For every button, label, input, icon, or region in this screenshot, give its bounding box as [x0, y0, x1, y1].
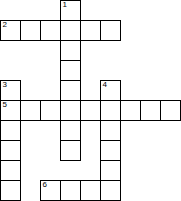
- crossword-cell-r4c5[interactable]: 4: [100, 80, 121, 101]
- crossword-cell-r5c8[interactable]: [160, 100, 181, 121]
- crossword-cell-r2c3[interactable]: [60, 40, 81, 61]
- crossword-grid: 123456: [0, 0, 181, 201]
- clue-number-1: 1: [63, 1, 67, 9]
- crossword-cell-r3c3[interactable]: [60, 60, 81, 81]
- crossword-cell-r1c3[interactable]: [60, 20, 81, 41]
- crossword-cell-r8c5[interactable]: [100, 160, 121, 181]
- crossword-cell-r5c6[interactable]: [120, 100, 141, 121]
- crossword-cell-r5c0[interactable]: 5: [0, 100, 21, 121]
- crossword-cell-r6c0[interactable]: [0, 120, 21, 141]
- clue-number-5: 5: [3, 101, 7, 109]
- clue-number-4: 4: [103, 81, 107, 89]
- crossword-cell-r1c0[interactable]: 2: [0, 20, 21, 41]
- crossword-cell-r5c5[interactable]: [100, 100, 121, 121]
- crossword-cell-r5c7[interactable]: [140, 100, 161, 121]
- crossword-cell-r9c3[interactable]: [60, 180, 81, 201]
- crossword-cell-r9c5[interactable]: [100, 180, 121, 201]
- crossword-cell-r7c5[interactable]: [100, 140, 121, 161]
- clue-number-6: 6: [43, 181, 47, 189]
- crossword-cell-r9c0[interactable]: [0, 180, 21, 201]
- crossword-cell-r4c0[interactable]: 3: [0, 80, 21, 101]
- crossword-cell-r5c1[interactable]: [20, 100, 41, 121]
- crossword-cell-r1c1[interactable]: [20, 20, 41, 41]
- crossword-cell-r0c3[interactable]: 1: [60, 0, 81, 21]
- crossword-cell-r7c0[interactable]: [0, 140, 21, 161]
- crossword-cell-r5c3[interactable]: [60, 100, 81, 121]
- crossword-cell-r7c3[interactable]: [60, 140, 81, 161]
- crossword-cell-r1c5[interactable]: [100, 20, 121, 41]
- crossword-cell-r6c3[interactable]: [60, 120, 81, 141]
- crossword-cell-r9c2[interactable]: 6: [40, 180, 61, 201]
- crossword-cell-r1c4[interactable]: [80, 20, 101, 41]
- clue-number-2: 2: [3, 21, 7, 29]
- crossword-cell-r1c2[interactable]: [40, 20, 61, 41]
- crossword-cell-r6c5[interactable]: [100, 120, 121, 141]
- crossword-cell-r8c0[interactable]: [0, 160, 21, 181]
- crossword-cell-r4c3[interactable]: [60, 80, 81, 101]
- crossword-cell-r5c2[interactable]: [40, 100, 61, 121]
- crossword-cell-r9c4[interactable]: [80, 180, 101, 201]
- clue-number-3: 3: [3, 81, 7, 89]
- crossword-cell-r5c4[interactable]: [80, 100, 101, 121]
